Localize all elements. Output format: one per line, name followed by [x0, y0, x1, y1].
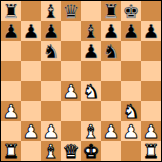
- white-pawn-icon: ♟: [102, 121, 119, 141]
- white-bishop-icon: ♝: [42, 141, 59, 161]
- square-g3[interactable]: ♞: [121, 101, 141, 121]
- square-a7[interactable]: ♟: [1, 21, 21, 41]
- black-pawn-icon: ♟: [42, 21, 59, 41]
- square-a2[interactable]: [1, 121, 21, 141]
- square-c7[interactable]: ♟: [41, 21, 61, 41]
- square-g2[interactable]: ♟: [121, 121, 141, 141]
- chess-board: ♜♝♛♜♚♟♟♟♝♟♟♟♞♟♞♟♞♟♞♟♟♝♟♟♟♜♝♛♚♜: [1, 1, 161, 161]
- square-b1[interactable]: [21, 141, 41, 161]
- black-pawn-icon: ♟: [122, 21, 139, 41]
- black-king-icon: ♚: [122, 1, 139, 21]
- black-pawn-icon: ♟: [22, 21, 39, 41]
- square-h3[interactable]: [141, 101, 161, 121]
- square-f1[interactable]: [101, 141, 121, 161]
- square-d2[interactable]: [61, 121, 81, 141]
- square-a6[interactable]: [1, 41, 21, 61]
- square-h7[interactable]: ♟: [141, 21, 161, 41]
- square-h2[interactable]: ♟: [141, 121, 161, 141]
- square-d6[interactable]: [61, 41, 81, 61]
- square-e8[interactable]: [81, 1, 101, 21]
- square-h6[interactable]: [141, 41, 161, 61]
- square-b5[interactable]: [21, 61, 41, 81]
- square-f8[interactable]: ♜: [101, 1, 121, 21]
- square-g5[interactable]: [121, 61, 141, 81]
- black-queen-icon: ♛: [62, 1, 79, 21]
- square-d4[interactable]: ♟: [61, 81, 81, 101]
- black-rook-icon: ♜: [102, 1, 119, 21]
- black-bishop-icon: ♝: [82, 21, 99, 41]
- square-f2[interactable]: ♟: [101, 121, 121, 141]
- square-g1[interactable]: [121, 141, 141, 161]
- white-rook-icon: ♜: [2, 141, 19, 161]
- square-h1[interactable]: ♜: [141, 141, 161, 161]
- square-d8[interactable]: ♛: [61, 1, 81, 21]
- square-f5[interactable]: [101, 61, 121, 81]
- square-b3[interactable]: [21, 101, 41, 121]
- square-e2[interactable]: ♝: [81, 121, 101, 141]
- black-pawn-icon: ♟: [102, 21, 119, 41]
- square-d3[interactable]: [61, 101, 81, 121]
- white-pawn-icon: ♟: [22, 121, 39, 141]
- square-c5[interactable]: [41, 61, 61, 81]
- square-b6[interactable]: [21, 41, 41, 61]
- square-a5[interactable]: [1, 61, 21, 81]
- square-e6[interactable]: ♟: [81, 41, 101, 61]
- square-b2[interactable]: ♟: [21, 121, 41, 141]
- white-king-icon: ♚: [82, 141, 99, 161]
- square-c6[interactable]: ♞: [41, 41, 61, 61]
- square-d5[interactable]: [61, 61, 81, 81]
- square-e1[interactable]: ♚: [81, 141, 101, 161]
- black-rook-icon: ♜: [2, 1, 19, 21]
- square-a4[interactable]: [1, 81, 21, 101]
- white-rook-icon: ♜: [142, 141, 159, 161]
- square-g7[interactable]: ♟: [121, 21, 141, 41]
- white-pawn-icon: ♟: [122, 121, 139, 141]
- white-pawn-icon: ♟: [62, 81, 79, 101]
- black-knight-icon: ♞: [42, 41, 59, 61]
- square-c2[interactable]: ♟: [41, 121, 61, 141]
- square-h8[interactable]: [141, 1, 161, 21]
- square-e3[interactable]: [81, 101, 101, 121]
- black-pawn-icon: ♟: [82, 41, 99, 61]
- square-e7[interactable]: ♝: [81, 21, 101, 41]
- square-f7[interactable]: ♟: [101, 21, 121, 41]
- white-knight-icon: ♞: [122, 101, 139, 121]
- black-knight-icon: ♞: [102, 41, 119, 61]
- square-e4[interactable]: ♞: [81, 81, 101, 101]
- square-f4[interactable]: [101, 81, 121, 101]
- square-g4[interactable]: [121, 81, 141, 101]
- square-f3[interactable]: [101, 101, 121, 121]
- white-queen-icon: ♛: [62, 141, 79, 161]
- square-c4[interactable]: [41, 81, 61, 101]
- square-f6[interactable]: ♞: [101, 41, 121, 61]
- square-g6[interactable]: [121, 41, 141, 61]
- white-pawn-icon: ♟: [142, 121, 159, 141]
- black-pawn-icon: ♟: [2, 21, 19, 41]
- square-b7[interactable]: ♟: [21, 21, 41, 41]
- square-a8[interactable]: ♜: [1, 1, 21, 21]
- square-a3[interactable]: ♟: [1, 101, 21, 121]
- square-d7[interactable]: [61, 21, 81, 41]
- square-b4[interactable]: [21, 81, 41, 101]
- square-c8[interactable]: ♝: [41, 1, 61, 21]
- black-pawn-icon: ♟: [142, 21, 159, 41]
- board-frame: ♜♝♛♜♚♟♟♟♝♟♟♟♞♟♞♟♞♟♞♟♟♝♟♟♟♜♝♛♚♜: [0, 0, 162, 162]
- square-h4[interactable]: [141, 81, 161, 101]
- white-pawn-icon: ♟: [42, 121, 59, 141]
- black-bishop-icon: ♝: [42, 1, 59, 21]
- square-c3[interactable]: [41, 101, 61, 121]
- square-a1[interactable]: ♜: [1, 141, 21, 161]
- square-e5[interactable]: [81, 61, 101, 81]
- white-bishop-icon: ♝: [82, 121, 99, 141]
- square-c1[interactable]: ♝: [41, 141, 61, 161]
- white-pawn-icon: ♟: [2, 101, 19, 121]
- white-knight-icon: ♞: [82, 81, 99, 101]
- square-g8[interactable]: ♚: [121, 1, 141, 21]
- square-b8[interactable]: [21, 1, 41, 21]
- square-h5[interactable]: [141, 61, 161, 81]
- square-d1[interactable]: ♛: [61, 141, 81, 161]
